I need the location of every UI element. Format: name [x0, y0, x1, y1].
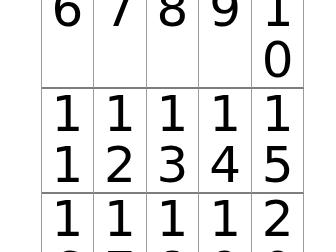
worksheet-page: 67891011121314151617181920	[0, 0, 336, 252]
number-cell-7: 7	[94, 0, 147, 89]
number-cell-12: 12	[94, 89, 147, 194]
number-cell-15: 15	[252, 89, 305, 194]
number-cell-14: 14	[199, 89, 252, 194]
number-cell-10: 10	[252, 0, 305, 89]
number-cell-17: 17	[94, 194, 147, 252]
number-cell-11: 11	[42, 89, 95, 194]
number-cell-6: 6	[42, 0, 95, 89]
number-cell-9: 9	[199, 0, 252, 89]
number-cell-8: 8	[147, 0, 200, 89]
number-cell-19: 19	[199, 194, 252, 252]
number-chart-grid: 67891011121314151617181920	[41, 0, 305, 252]
number-cell-18: 18	[147, 194, 200, 252]
number-cell-16: 16	[42, 194, 95, 252]
number-cell-20: 20	[252, 194, 305, 252]
number-cell-13: 13	[147, 89, 200, 194]
